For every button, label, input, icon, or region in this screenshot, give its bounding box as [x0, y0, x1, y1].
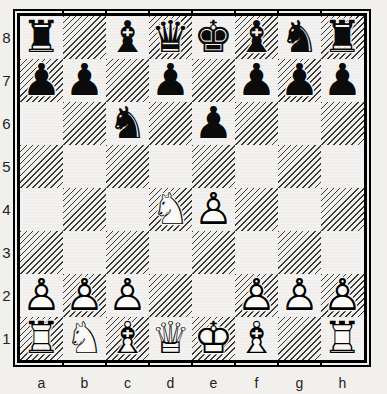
piece-halo: ♚: [192, 16, 235, 58]
rank-label-4: 4: [0, 188, 13, 231]
square-c2[interactable]: ♟♙: [106, 274, 149, 317]
piece-halo: ♝: [235, 16, 278, 58]
black-bishop-f8: ♝♝: [235, 16, 278, 59]
piece-glyph: ♘: [63, 317, 106, 359]
black-pawn-e6: ♟♟: [192, 102, 235, 145]
file-label-c: c: [106, 373, 149, 393]
square-e2[interactable]: [192, 274, 235, 317]
white-pawn-b2: ♟♙: [63, 274, 106, 317]
square-b8[interactable]: [63, 16, 106, 59]
square-e8[interactable]: ♚♚: [192, 16, 235, 59]
square-a2[interactable]: ♟♙: [20, 274, 63, 317]
square-a4[interactable]: [20, 188, 63, 231]
square-a7[interactable]: ♟♟: [20, 59, 63, 102]
frame-tick: [320, 10, 322, 15]
black-pawn-h7: ♟♟: [321, 59, 364, 102]
black-pawn-a7: ♟♟: [20, 59, 63, 102]
white-rook-a1: ♜♖: [20, 317, 63, 360]
piece-halo: ♟: [278, 59, 321, 101]
square-c7[interactable]: [106, 59, 149, 102]
piece-glyph: ♟: [149, 59, 192, 101]
white-rook-h1: ♜♖: [321, 317, 364, 360]
black-knight-g8: ♞♞: [278, 16, 321, 59]
piece-glyph: ♟: [235, 59, 278, 101]
white-pawn-g2: ♟♙: [278, 274, 321, 317]
square-c6[interactable]: ♞♞: [106, 102, 149, 145]
frame-tick: [191, 10, 193, 15]
piece-glyph: ♙: [235, 274, 278, 316]
piece-halo: ♝: [235, 317, 278, 359]
piece-halo: ♟: [20, 274, 63, 316]
piece-glyph: ♖: [321, 317, 364, 359]
square-f5[interactable]: [235, 145, 278, 188]
frame-tick: [62, 10, 64, 15]
square-e5[interactable]: [192, 145, 235, 188]
black-knight-c6: ♞♞: [106, 102, 149, 145]
square-e4[interactable]: ♟♙: [192, 188, 235, 231]
piece-halo: ♟: [20, 59, 63, 101]
square-d1[interactable]: ♛♕: [149, 317, 192, 360]
piece-glyph: ♙: [278, 274, 321, 316]
square-f7[interactable]: ♟♟: [235, 59, 278, 102]
piece-halo: ♜: [321, 16, 364, 58]
piece-halo: ♛: [149, 16, 192, 58]
file-label-g: g: [278, 373, 321, 393]
square-c8[interactable]: ♝♝: [106, 16, 149, 59]
white-queen-d1: ♛♕: [149, 317, 192, 360]
square-b4[interactable]: [63, 188, 106, 231]
file-label-d: d: [149, 373, 192, 393]
square-e6[interactable]: ♟♟: [192, 102, 235, 145]
square-d3[interactable]: [149, 231, 192, 274]
file-label-f: f: [235, 373, 278, 393]
piece-halo: ♟: [149, 59, 192, 101]
square-h7[interactable]: ♟♟: [321, 59, 364, 102]
rank-label-6: 6: [0, 102, 13, 145]
frame-tick: [105, 10, 107, 15]
piece-glyph: ♙: [20, 274, 63, 316]
white-pawn-c2: ♟♙: [106, 274, 149, 317]
square-h1[interactable]: ♜♖: [321, 317, 364, 360]
piece-glyph: ♙: [106, 274, 149, 316]
square-f4[interactable]: [235, 188, 278, 231]
square-e3[interactable]: [192, 231, 235, 274]
piece-halo: ♟: [278, 274, 321, 316]
square-e1[interactable]: ♚♔: [192, 317, 235, 360]
black-pawn-d7: ♟♟: [149, 59, 192, 102]
frame-tick: [105, 361, 107, 366]
white-bishop-c1: ♝♗: [106, 317, 149, 360]
square-h6[interactable]: [321, 102, 364, 145]
square-f8[interactable]: ♝♝: [235, 16, 278, 59]
chess-diagram: 87654321 ♜♜♝♝♛♛♚♚♝♝♞♞♜♜♟♟♟♟♟♟♟♟♟♟♟♟♞♞♟♟♞…: [0, 0, 387, 394]
square-h8[interactable]: ♜♜: [321, 16, 364, 59]
square-f2[interactable]: ♟♙: [235, 274, 278, 317]
square-b6[interactable]: [63, 102, 106, 145]
piece-glyph: ♞: [278, 16, 321, 58]
square-b3[interactable]: [63, 231, 106, 274]
white-king-e1: ♚♔: [192, 317, 235, 360]
piece-halo: ♝: [106, 16, 149, 58]
square-b1[interactable]: ♞♘: [63, 317, 106, 360]
black-pawn-b7: ♟♟: [63, 59, 106, 102]
piece-halo: ♟: [235, 59, 278, 101]
square-g7[interactable]: ♟♟: [278, 59, 321, 102]
frame-tick: [148, 10, 150, 15]
piece-halo: ♟: [235, 274, 278, 316]
piece-halo: ♚: [192, 317, 235, 359]
frame-tick: [62, 361, 64, 366]
square-b5[interactable]: [63, 145, 106, 188]
square-d2[interactable]: [149, 274, 192, 317]
file-label-h: h: [321, 373, 364, 393]
piece-glyph: ♟: [321, 59, 364, 101]
piece-halo: ♟: [106, 274, 149, 316]
frame-tick: [191, 361, 193, 366]
piece-glyph: ♟: [63, 59, 106, 101]
white-pawn-h2: ♟♙: [321, 274, 364, 317]
piece-glyph: ♞: [106, 102, 149, 144]
square-b7[interactable]: ♟♟: [63, 59, 106, 102]
board: ♜♜♝♝♛♛♚♚♝♝♞♞♜♜♟♟♟♟♟♟♟♟♟♟♟♟♞♞♟♟♞♘♟♙♟♙♟♙♟♙…: [20, 16, 364, 360]
square-g5[interactable]: [278, 145, 321, 188]
piece-glyph: ♗: [106, 317, 149, 359]
file-labels: abcdefgh: [20, 373, 364, 393]
piece-halo: ♞: [278, 16, 321, 58]
square-h2[interactable]: ♟♙: [321, 274, 364, 317]
frame-tick: [148, 361, 150, 366]
white-pawn-e4: ♟♙: [192, 188, 235, 231]
white-bishop-f1: ♝♗: [235, 317, 278, 360]
board-frame-inner: ♜♜♝♝♛♛♚♚♝♝♞♞♜♜♟♟♟♟♟♟♟♟♟♟♟♟♞♞♟♟♞♘♟♙♟♙♟♙♟♙…: [17, 13, 367, 363]
square-c3[interactable]: [106, 231, 149, 274]
piece-glyph: ♝: [106, 16, 149, 58]
square-d4[interactable]: ♞♘: [149, 188, 192, 231]
piece-glyph: ♜: [20, 16, 63, 58]
black-rook-h8: ♜♜: [321, 16, 364, 59]
rank-label-3: 3: [0, 231, 13, 274]
piece-glyph: ♟: [192, 102, 235, 144]
square-a8[interactable]: ♜♜: [20, 16, 63, 59]
rank-label-5: 5: [0, 145, 13, 188]
square-g2[interactable]: ♟♙: [278, 274, 321, 317]
piece-halo: ♟: [321, 274, 364, 316]
rank-labels: 87654321: [0, 16, 13, 360]
square-h3[interactable]: [321, 231, 364, 274]
square-a3[interactable]: [20, 231, 63, 274]
square-d8[interactable]: ♛♛: [149, 16, 192, 59]
piece-glyph: ♜: [321, 16, 364, 58]
black-bishop-c8: ♝♝: [106, 16, 149, 59]
square-d5[interactable]: [149, 145, 192, 188]
piece-glyph: ♟: [20, 59, 63, 101]
piece-halo: ♜: [20, 16, 63, 58]
piece-halo: ♟: [321, 59, 364, 101]
square-h5[interactable]: [321, 145, 364, 188]
square-a1[interactable]: ♜♖: [20, 317, 63, 360]
file-label-b: b: [63, 373, 106, 393]
frame-tick: [320, 361, 322, 366]
white-knight-d4: ♞♘: [149, 188, 192, 231]
square-g4[interactable]: [278, 188, 321, 231]
rank-label-1: 1: [0, 317, 13, 360]
square-g8[interactable]: ♞♞: [278, 16, 321, 59]
black-king-e8: ♚♚: [192, 16, 235, 59]
square-e7[interactable]: [192, 59, 235, 102]
square-a5[interactable]: [20, 145, 63, 188]
piece-glyph: ♙: [321, 274, 364, 316]
piece-glyph: ♗: [235, 317, 278, 359]
piece-glyph: ♙: [63, 274, 106, 316]
file-label-e: e: [192, 373, 235, 393]
square-a6[interactable]: [20, 102, 63, 145]
piece-halo: ♟: [63, 274, 106, 316]
square-f6[interactable]: [235, 102, 278, 145]
piece-halo: ♝: [106, 317, 149, 359]
rank-label-7: 7: [0, 59, 13, 102]
piece-glyph: ♝: [235, 16, 278, 58]
frame-tick: [277, 361, 279, 366]
piece-halo: ♟: [192, 102, 235, 144]
square-b2[interactable]: ♟♙: [63, 274, 106, 317]
black-queen-d8: ♛♛: [149, 16, 192, 59]
square-h4[interactable]: [321, 188, 364, 231]
black-rook-a8: ♜♜: [20, 16, 63, 59]
square-c5[interactable]: [106, 145, 149, 188]
white-pawn-f2: ♟♙: [235, 274, 278, 317]
piece-halo: ♛: [149, 317, 192, 359]
black-pawn-g7: ♟♟: [278, 59, 321, 102]
square-c1[interactable]: ♝♗: [106, 317, 149, 360]
square-g1[interactable]: [278, 317, 321, 360]
piece-halo: ♞: [149, 188, 192, 230]
piece-halo: ♟: [192, 188, 235, 230]
square-g6[interactable]: [278, 102, 321, 145]
square-c4[interactable]: [106, 188, 149, 231]
piece-glyph: ♘: [149, 188, 192, 230]
square-d7[interactable]: ♟♟: [149, 59, 192, 102]
piece-halo: ♟: [63, 59, 106, 101]
square-f3[interactable]: [235, 231, 278, 274]
white-pawn-a2: ♟♙: [20, 274, 63, 317]
piece-glyph: ♛: [149, 16, 192, 58]
square-d6[interactable]: [149, 102, 192, 145]
piece-halo: ♞: [63, 317, 106, 359]
square-f1[interactable]: ♝♗: [235, 317, 278, 360]
piece-glyph: ♕: [149, 317, 192, 359]
piece-glyph: ♙: [192, 188, 235, 230]
white-knight-b1: ♞♘: [63, 317, 106, 360]
piece-halo: ♜: [321, 317, 364, 359]
frame-tick: [277, 10, 279, 15]
square-g3[interactable]: [278, 231, 321, 274]
frame-tick: [234, 10, 236, 15]
piece-glyph: ♚: [192, 16, 235, 58]
frame-tick: [234, 361, 236, 366]
piece-halo: ♜: [20, 317, 63, 359]
piece-glyph: ♔: [192, 317, 235, 359]
black-pawn-f7: ♟♟: [235, 59, 278, 102]
rank-label-2: 2: [0, 274, 13, 317]
file-label-a: a: [20, 373, 63, 393]
piece-glyph: ♖: [20, 317, 63, 359]
piece-halo: ♞: [106, 102, 149, 144]
rank-label-8: 8: [0, 16, 13, 59]
piece-glyph: ♟: [278, 59, 321, 101]
board-frame: ♜♜♝♝♛♛♚♚♝♝♞♞♜♜♟♟♟♟♟♟♟♟♟♟♟♟♞♞♟♟♞♘♟♙♟♙♟♙♟♙…: [13, 9, 371, 367]
